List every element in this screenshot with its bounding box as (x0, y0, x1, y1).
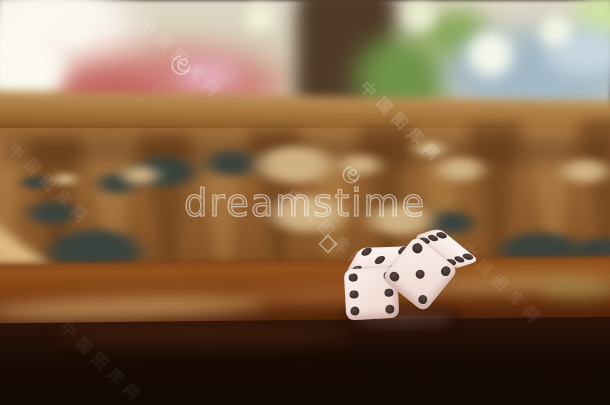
board-front-glint (55, 328, 355, 342)
checker-dark: ● (203, 144, 261, 177)
watermark-swirl-icon (338, 162, 364, 188)
rail-green-reflection (540, 283, 610, 299)
checker-light: ● (120, 162, 160, 185)
watermark-diamond-icon (316, 232, 340, 256)
backgammon-photo-scene: ●●●●●●●●●●●●●●●●●●●●●● dreamstime 中国图库网中… (0, 0, 610, 405)
checker-light: ● (254, 137, 337, 185)
watermark-swirl-icon (166, 50, 196, 80)
checker-light: ● (559, 154, 610, 184)
